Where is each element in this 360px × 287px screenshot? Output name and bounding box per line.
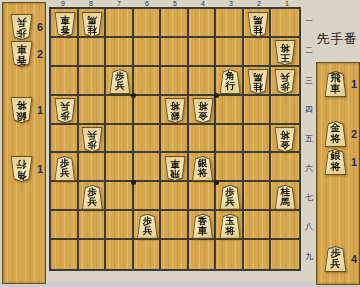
board-cell-7六[interactable] xyxy=(106,153,134,182)
rank-label: 四 xyxy=(303,95,315,124)
hand-slot: 歩兵4 xyxy=(317,246,359,272)
board-cell-8三[interactable] xyxy=(79,67,107,96)
board-cell-1一[interactable] xyxy=(271,9,299,38)
hand-slot: 角行1 xyxy=(3,156,45,182)
hand-slot: 飛車1 xyxy=(317,71,359,97)
shogi-piece-sente-桂馬[interactable]: 桂馬 xyxy=(274,185,296,210)
board-cell-9三[interactable] xyxy=(51,67,79,96)
file-label: 6 xyxy=(133,0,161,7)
shogi-piece-sente-歩兵[interactable]: 歩兵 xyxy=(109,69,131,94)
shogi-piece-gote-香車[interactable]: 香車 xyxy=(54,12,76,37)
shogi-piece-sente-歩兵[interactable]: 歩兵 xyxy=(136,214,158,239)
shogi-piece-gote-香車[interactable]: 香車 xyxy=(10,41,33,67)
rank-label: 三 xyxy=(303,66,315,95)
hand-slot: 香車2 xyxy=(3,41,45,67)
file-label: 4 xyxy=(189,0,217,7)
board-cell-9九[interactable] xyxy=(51,240,79,269)
hand-count: 1 xyxy=(351,156,357,168)
rank-label: 八 xyxy=(303,212,315,241)
board-cell-8二[interactable] xyxy=(79,38,107,67)
board-cell-4五[interactable] xyxy=(189,125,217,154)
board-cell-7一[interactable] xyxy=(106,9,134,38)
board-cell-3一[interactable] xyxy=(216,9,244,38)
shogi-piece-gote-銀将[interactable]: 銀将 xyxy=(164,98,186,123)
board-cell-5一[interactable] xyxy=(161,9,189,38)
shogi-piece-gote-歩兵[interactable]: 歩兵 xyxy=(10,14,33,40)
board-cell-1六[interactable] xyxy=(271,153,299,182)
hand-slot: 歩兵6 xyxy=(3,14,45,40)
rank-label: 一 xyxy=(303,7,315,36)
board-cell-5九[interactable] xyxy=(161,240,189,269)
board-cell-6一[interactable] xyxy=(134,9,162,38)
board-cell-8四[interactable] xyxy=(79,96,107,125)
board-cell-6七[interactable] xyxy=(134,182,162,211)
board-cell-7四[interactable] xyxy=(106,96,134,125)
shogi-piece-sente-香車[interactable]: 香車 xyxy=(192,214,214,239)
shogi-piece-sente-歩兵[interactable]: 歩兵 xyxy=(54,156,76,181)
shogi-piece-sente-歩兵[interactable]: 歩兵 xyxy=(219,185,241,210)
board-cell-2七[interactable] xyxy=(244,182,272,211)
sente-hand-tray: 飛車1金将2銀将1歩兵4 xyxy=(316,62,360,285)
shogi-piece-gote-歩兵[interactable]: 歩兵 xyxy=(81,127,103,152)
rank-label: 五 xyxy=(303,124,315,153)
hand-count: 1 xyxy=(37,104,43,116)
shogi-piece-gote-王将[interactable]: 王将 xyxy=(274,40,296,65)
board-cell-2九[interactable] xyxy=(244,240,272,269)
board-cell-3二[interactable] xyxy=(216,38,244,67)
board-cell-6六[interactable] xyxy=(134,153,162,182)
file-labels: 987654321 xyxy=(49,0,301,7)
board-cell-9八[interactable] xyxy=(51,211,79,240)
shogi-piece-sente-金将[interactable]: 金将 xyxy=(324,121,347,147)
file-label: 2 xyxy=(245,0,273,7)
board-cell-7二[interactable] xyxy=(106,38,134,67)
hand-count: 2 xyxy=(351,128,357,140)
shogi-piece-sente-銀将[interactable]: 銀将 xyxy=(324,149,347,175)
board-cell-1八[interactable] xyxy=(271,211,299,240)
board-cell-2四[interactable] xyxy=(244,96,272,125)
shogi-piece-gote-桂馬[interactable]: 桂馬 xyxy=(247,69,269,94)
star-point xyxy=(131,180,136,185)
shogi-app: 歩兵6香車2銀将1角行1 先手番 飛車1金将2銀将1歩兵4 987654321 … xyxy=(0,0,360,287)
board-cell-7七[interactable] xyxy=(106,182,134,211)
file-label: 3 xyxy=(217,0,245,7)
star-point xyxy=(214,93,219,98)
board-cell-6二[interactable] xyxy=(134,38,162,67)
board-cell-4九[interactable] xyxy=(189,240,217,269)
board-cell-4七[interactable] xyxy=(189,182,217,211)
hand-count: 6 xyxy=(37,21,43,33)
shogi-piece-gote-金将[interactable]: 金将 xyxy=(192,98,214,123)
shogi-piece-sente-玉将[interactable]: 玉将 xyxy=(219,214,241,239)
shogi-piece-gote-銀将[interactable]: 銀将 xyxy=(10,97,33,123)
shogi-piece-gote-桂馬[interactable]: 桂馬 xyxy=(81,12,103,37)
file-label: 8 xyxy=(77,0,105,7)
hand-count: 1 xyxy=(351,78,357,90)
shogi-piece-gote-歩兵[interactable]: 歩兵 xyxy=(274,69,296,94)
board-cell-5五[interactable] xyxy=(161,125,189,154)
board-cell-5二[interactable] xyxy=(161,38,189,67)
file-label: 9 xyxy=(49,0,77,7)
board-cell-6四[interactable] xyxy=(134,96,162,125)
turn-indicator: 先手番 xyxy=(314,31,360,48)
board-cell-7五[interactable] xyxy=(106,125,134,154)
hand-slot: 銀将1 xyxy=(317,149,359,175)
shogi-piece-gote-飛車[interactable]: 飛車 xyxy=(164,156,186,181)
board-cell-2二[interactable] xyxy=(244,38,272,67)
board-cell-9五[interactable] xyxy=(51,125,79,154)
board-cell-6三[interactable] xyxy=(134,67,162,96)
hand-slot: 金将2 xyxy=(317,121,359,147)
board-cell-2八[interactable] xyxy=(244,211,272,240)
board-cell-4一[interactable] xyxy=(189,9,217,38)
shogi-piece-sente-歩兵[interactable]: 歩兵 xyxy=(81,185,103,210)
file-label: 5 xyxy=(161,0,189,7)
board-cell-7九[interactable] xyxy=(106,240,134,269)
board-cell-4二[interactable] xyxy=(189,38,217,67)
gote-hand-tray: 歩兵6香車2銀将1角行1 xyxy=(2,2,46,284)
file-label: 1 xyxy=(273,0,301,7)
board-cell-3九[interactable] xyxy=(216,240,244,269)
board-cell-1九[interactable] xyxy=(271,240,299,269)
star-point xyxy=(214,180,219,185)
board-cell-8八[interactable] xyxy=(79,211,107,240)
rank-label: 九 xyxy=(303,242,315,271)
file-label: 7 xyxy=(105,0,133,7)
shogi-piece-sente-歩兵[interactable]: 歩兵 xyxy=(324,246,347,272)
board-cell-3五[interactable] xyxy=(216,125,244,154)
board-cell-3六[interactable] xyxy=(216,153,244,182)
rank-label: 七 xyxy=(303,183,315,212)
board-cell-1四[interactable] xyxy=(271,96,299,125)
board-cell-2五[interactable] xyxy=(244,125,272,154)
rank-label: 六 xyxy=(303,154,315,183)
hand-count: 1 xyxy=(37,163,43,175)
shogi-piece-sente-角行[interactable]: 角行 xyxy=(219,69,241,94)
shogi-piece-gote-桂馬[interactable]: 桂馬 xyxy=(247,12,269,37)
board-cell-5三[interactable] xyxy=(161,67,189,96)
hand-count: 2 xyxy=(37,48,43,60)
hand-count: 4 xyxy=(351,253,357,265)
hand-slot: 銀将1 xyxy=(3,97,45,123)
board-cell-3四[interactable] xyxy=(216,96,244,125)
board-cell-5七[interactable] xyxy=(161,182,189,211)
shogi-piece-sente-銀将[interactable]: 銀将 xyxy=(192,156,214,181)
board-cell-9二[interactable] xyxy=(51,38,79,67)
board-cell-8九[interactable] xyxy=(79,240,107,269)
board-cell-4三[interactable] xyxy=(189,67,217,96)
shogi-piece-gote-歩兵[interactable]: 歩兵 xyxy=(54,98,76,123)
shogi-piece-gote-金将[interactable]: 金将 xyxy=(274,127,296,152)
shogi-piece-sente-飛車[interactable]: 飛車 xyxy=(324,71,347,97)
bottom-bar xyxy=(0,282,360,287)
shogi-board[interactable]: 香車桂馬桂馬王将歩兵角行桂馬歩兵歩兵銀将金将歩兵金将歩兵飛車銀将歩兵歩兵桂馬歩兵… xyxy=(49,7,301,271)
board-cell-6五[interactable] xyxy=(134,125,162,154)
board-cell-9七[interactable] xyxy=(51,182,79,211)
board-cell-5八[interactable] xyxy=(161,211,189,240)
board-cell-7八[interactable] xyxy=(106,211,134,240)
rank-labels: 一二三四五六七八九 xyxy=(303,7,315,271)
board-cell-8六[interactable] xyxy=(79,153,107,182)
board-cell-6九[interactable] xyxy=(134,240,162,269)
shogi-piece-gote-角行[interactable]: 角行 xyxy=(10,156,33,182)
rank-label: 二 xyxy=(303,36,315,65)
board-cell-2六[interactable] xyxy=(244,153,272,182)
